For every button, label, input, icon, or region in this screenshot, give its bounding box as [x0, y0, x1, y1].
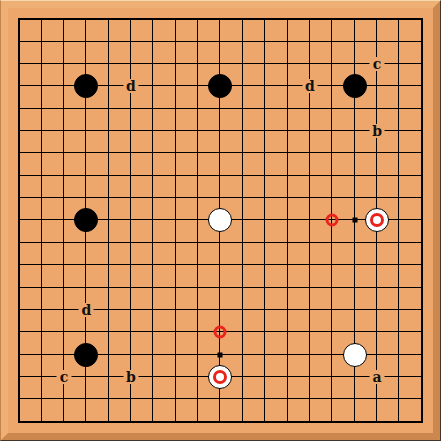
point-J8[interactable] [187, 254, 209, 276]
point-C14[interactable] [53, 120, 75, 142]
point-A11[interactable] [8, 187, 30, 209]
point-A14[interactable] [8, 120, 30, 142]
point-K16[interactable] [209, 75, 231, 97]
point-T18[interactable] [411, 30, 433, 52]
point-H4[interactable] [165, 344, 187, 366]
point-G12[interactable] [142, 165, 164, 187]
point-K2[interactable] [209, 388, 231, 410]
point-B8[interactable] [30, 254, 52, 276]
point-B18[interactable] [30, 30, 52, 52]
point-J6[interactable] [187, 299, 209, 321]
point-Q12[interactable] [344, 165, 366, 187]
point-M17[interactable] [254, 53, 276, 75]
point-P16[interactable] [321, 75, 343, 97]
point-O4[interactable] [299, 344, 321, 366]
point-F17[interactable] [120, 53, 142, 75]
point-K13[interactable] [209, 142, 231, 164]
point-P3[interactable] [321, 366, 343, 388]
point-E5[interactable] [97, 321, 119, 343]
point-C17[interactable] [53, 53, 75, 75]
point-T17[interactable] [411, 53, 433, 75]
point-N17[interactable] [276, 53, 298, 75]
point-D12[interactable] [75, 165, 97, 187]
point-T3[interactable] [411, 366, 433, 388]
point-G15[interactable] [142, 97, 164, 119]
point-L6[interactable] [232, 299, 254, 321]
point-G7[interactable] [142, 276, 164, 298]
point-M11[interactable] [254, 187, 276, 209]
point-L19[interactable] [232, 8, 254, 30]
point-R12[interactable] [366, 165, 388, 187]
point-D7[interactable] [75, 276, 97, 298]
point-A10[interactable] [8, 209, 30, 231]
point-N3[interactable] [276, 366, 298, 388]
point-R2[interactable] [366, 388, 388, 410]
point-J19[interactable] [187, 8, 209, 30]
point-K7[interactable] [209, 276, 231, 298]
point-N2[interactable] [276, 388, 298, 410]
point-E14[interactable] [97, 120, 119, 142]
point-C1[interactable] [53, 411, 75, 433]
point-Q1[interactable] [344, 411, 366, 433]
point-P14[interactable] [321, 120, 343, 142]
point-Q3[interactable] [344, 366, 366, 388]
point-A19[interactable] [8, 8, 30, 30]
point-P5[interactable] [321, 321, 343, 343]
point-C18[interactable] [53, 30, 75, 52]
point-T4[interactable] [411, 344, 433, 366]
point-M8[interactable] [254, 254, 276, 276]
point-N18[interactable] [276, 30, 298, 52]
point-S10[interactable] [388, 209, 410, 231]
point-Q8[interactable] [344, 254, 366, 276]
point-H18[interactable] [165, 30, 187, 52]
point-L10[interactable] [232, 209, 254, 231]
point-T15[interactable] [411, 97, 433, 119]
point-M5[interactable] [254, 321, 276, 343]
point-N9[interactable] [276, 232, 298, 254]
point-S9[interactable] [388, 232, 410, 254]
point-R8[interactable] [366, 254, 388, 276]
point-J4[interactable] [187, 344, 209, 366]
point-M13[interactable] [254, 142, 276, 164]
point-K14[interactable] [209, 120, 231, 142]
point-E10[interactable] [97, 209, 119, 231]
point-L13[interactable] [232, 142, 254, 164]
point-B2[interactable] [30, 388, 52, 410]
point-T7[interactable] [411, 276, 433, 298]
point-J12[interactable] [187, 165, 209, 187]
point-Q9[interactable] [344, 232, 366, 254]
point-L15[interactable] [232, 97, 254, 119]
point-P11[interactable] [321, 187, 343, 209]
point-N10[interactable] [276, 209, 298, 231]
point-D10[interactable] [75, 209, 97, 231]
point-Q4[interactable] [344, 344, 366, 366]
point-G6[interactable] [142, 299, 164, 321]
point-G5[interactable] [142, 321, 164, 343]
point-M16[interactable] [254, 75, 276, 97]
point-S16[interactable] [388, 75, 410, 97]
point-D2[interactable] [75, 388, 97, 410]
point-P1[interactable] [321, 411, 343, 433]
point-M19[interactable] [254, 8, 276, 30]
point-S17[interactable] [388, 53, 410, 75]
point-M14[interactable] [254, 120, 276, 142]
point-T6[interactable] [411, 299, 433, 321]
point-M7[interactable] [254, 276, 276, 298]
point-B15[interactable] [30, 97, 52, 119]
point-P6[interactable] [321, 299, 343, 321]
point-G16[interactable] [142, 75, 164, 97]
point-G2[interactable] [142, 388, 164, 410]
point-O3[interactable] [299, 366, 321, 388]
point-K17[interactable] [209, 53, 231, 75]
point-D18[interactable] [75, 30, 97, 52]
point-S1[interactable] [388, 411, 410, 433]
point-P7[interactable] [321, 276, 343, 298]
point-O8[interactable] [299, 254, 321, 276]
point-J2[interactable] [187, 388, 209, 410]
point-C3[interactable]: c [53, 366, 75, 388]
point-Q11[interactable] [344, 187, 366, 209]
point-E11[interactable] [97, 187, 119, 209]
point-D16[interactable] [75, 75, 97, 97]
point-O2[interactable] [299, 388, 321, 410]
point-E8[interactable] [97, 254, 119, 276]
point-T13[interactable] [411, 142, 433, 164]
point-C13[interactable] [53, 142, 75, 164]
point-M1[interactable] [254, 411, 276, 433]
point-C5[interactable] [53, 321, 75, 343]
point-F18[interactable] [120, 30, 142, 52]
point-C10[interactable] [53, 209, 75, 231]
point-M12[interactable] [254, 165, 276, 187]
point-P2[interactable] [321, 388, 343, 410]
point-H14[interactable] [165, 120, 187, 142]
point-A8[interactable] [8, 254, 30, 276]
point-M18[interactable] [254, 30, 276, 52]
point-E1[interactable] [97, 411, 119, 433]
point-L3[interactable] [232, 366, 254, 388]
point-N12[interactable] [276, 165, 298, 187]
point-L17[interactable] [232, 53, 254, 75]
point-B4[interactable] [30, 344, 52, 366]
point-B5[interactable] [30, 321, 52, 343]
point-L4[interactable] [232, 344, 254, 366]
point-T16[interactable] [411, 75, 433, 97]
point-R3[interactable]: a [366, 366, 388, 388]
point-S13[interactable] [388, 142, 410, 164]
point-S8[interactable] [388, 254, 410, 276]
point-L18[interactable] [232, 30, 254, 52]
point-J15[interactable] [187, 97, 209, 119]
point-A15[interactable] [8, 97, 30, 119]
point-O7[interactable] [299, 276, 321, 298]
point-S15[interactable] [388, 97, 410, 119]
point-Q14[interactable] [344, 120, 366, 142]
point-H6[interactable] [165, 299, 187, 321]
point-A12[interactable] [8, 165, 30, 187]
point-Q6[interactable] [344, 299, 366, 321]
point-L14[interactable] [232, 120, 254, 142]
point-F9[interactable] [120, 232, 142, 254]
point-N13[interactable] [276, 142, 298, 164]
point-R19[interactable] [366, 8, 388, 30]
point-R13[interactable] [366, 142, 388, 164]
point-K15[interactable] [209, 97, 231, 119]
point-O12[interactable] [299, 165, 321, 187]
point-D5[interactable] [75, 321, 97, 343]
point-G18[interactable] [142, 30, 164, 52]
point-S2[interactable] [388, 388, 410, 410]
point-B9[interactable] [30, 232, 52, 254]
point-M2[interactable] [254, 388, 276, 410]
point-F16[interactable]: d [120, 75, 142, 97]
point-K1[interactable] [209, 411, 231, 433]
point-G3[interactable] [142, 366, 164, 388]
point-F10[interactable] [120, 209, 142, 231]
point-Q2[interactable] [344, 388, 366, 410]
point-T19[interactable] [411, 8, 433, 30]
point-J5[interactable] [187, 321, 209, 343]
point-O9[interactable] [299, 232, 321, 254]
point-O14[interactable] [299, 120, 321, 142]
point-H16[interactable] [165, 75, 187, 97]
point-O17[interactable] [299, 53, 321, 75]
point-A9[interactable] [8, 232, 30, 254]
point-B10[interactable] [30, 209, 52, 231]
point-E17[interactable] [97, 53, 119, 75]
point-M9[interactable] [254, 232, 276, 254]
point-K19[interactable] [209, 8, 231, 30]
point-F13[interactable] [120, 142, 142, 164]
point-T5[interactable] [411, 321, 433, 343]
point-K12[interactable] [209, 165, 231, 187]
point-C6[interactable] [53, 299, 75, 321]
point-K18[interactable] [209, 30, 231, 52]
point-K5[interactable] [209, 321, 231, 343]
point-C9[interactable] [53, 232, 75, 254]
point-Q17[interactable] [344, 53, 366, 75]
point-E18[interactable] [97, 30, 119, 52]
point-N7[interactable] [276, 276, 298, 298]
point-K3[interactable] [209, 366, 231, 388]
point-K11[interactable] [209, 187, 231, 209]
point-K4[interactable] [209, 344, 231, 366]
point-G17[interactable] [142, 53, 164, 75]
point-C15[interactable] [53, 97, 75, 119]
point-Q19[interactable] [344, 8, 366, 30]
point-R1[interactable] [366, 411, 388, 433]
point-H13[interactable] [165, 142, 187, 164]
point-L16[interactable] [232, 75, 254, 97]
point-C16[interactable] [53, 75, 75, 97]
point-H10[interactable] [165, 209, 187, 231]
point-H9[interactable] [165, 232, 187, 254]
point-D11[interactable] [75, 187, 97, 209]
point-M3[interactable] [254, 366, 276, 388]
point-R10[interactable] [366, 209, 388, 231]
point-A6[interactable] [8, 299, 30, 321]
point-A17[interactable] [8, 53, 30, 75]
point-F5[interactable] [120, 321, 142, 343]
point-G4[interactable] [142, 344, 164, 366]
point-N16[interactable] [276, 75, 298, 97]
point-H8[interactable] [165, 254, 187, 276]
point-B3[interactable] [30, 366, 52, 388]
point-N14[interactable] [276, 120, 298, 142]
point-C8[interactable] [53, 254, 75, 276]
point-M6[interactable] [254, 299, 276, 321]
point-L1[interactable] [232, 411, 254, 433]
point-N4[interactable] [276, 344, 298, 366]
point-A7[interactable] [8, 276, 30, 298]
point-R4[interactable] [366, 344, 388, 366]
point-T8[interactable] [411, 254, 433, 276]
point-F14[interactable] [120, 120, 142, 142]
point-L12[interactable] [232, 165, 254, 187]
point-N15[interactable] [276, 97, 298, 119]
point-H2[interactable] [165, 388, 187, 410]
point-P18[interactable] [321, 30, 343, 52]
point-P15[interactable] [321, 97, 343, 119]
point-O10[interactable] [299, 209, 321, 231]
point-H7[interactable] [165, 276, 187, 298]
point-G13[interactable] [142, 142, 164, 164]
point-G8[interactable] [142, 254, 164, 276]
point-Q13[interactable] [344, 142, 366, 164]
point-B12[interactable] [30, 165, 52, 187]
point-P12[interactable] [321, 165, 343, 187]
point-G14[interactable] [142, 120, 164, 142]
point-P9[interactable] [321, 232, 343, 254]
point-K10[interactable] [209, 209, 231, 231]
point-D14[interactable] [75, 120, 97, 142]
point-F3[interactable]: b [120, 366, 142, 388]
point-E2[interactable] [97, 388, 119, 410]
point-R18[interactable] [366, 30, 388, 52]
point-A13[interactable] [8, 142, 30, 164]
point-Q18[interactable] [344, 30, 366, 52]
point-D3[interactable] [75, 366, 97, 388]
point-B13[interactable] [30, 142, 52, 164]
point-M15[interactable] [254, 97, 276, 119]
point-F2[interactable] [120, 388, 142, 410]
point-F6[interactable] [120, 299, 142, 321]
point-S5[interactable] [388, 321, 410, 343]
point-H5[interactable] [165, 321, 187, 343]
point-F15[interactable] [120, 97, 142, 119]
point-N1[interactable] [276, 411, 298, 433]
point-J16[interactable] [187, 75, 209, 97]
point-D6[interactable]: d [75, 299, 97, 321]
point-O1[interactable] [299, 411, 321, 433]
point-N11[interactable] [276, 187, 298, 209]
point-B6[interactable] [30, 299, 52, 321]
point-C11[interactable] [53, 187, 75, 209]
point-T10[interactable] [411, 209, 433, 231]
point-O15[interactable] [299, 97, 321, 119]
point-J14[interactable] [187, 120, 209, 142]
point-A18[interactable] [8, 30, 30, 52]
point-B1[interactable] [30, 411, 52, 433]
point-L11[interactable] [232, 187, 254, 209]
point-F11[interactable] [120, 187, 142, 209]
point-H12[interactable] [165, 165, 187, 187]
point-O11[interactable] [299, 187, 321, 209]
point-R17[interactable]: c [366, 53, 388, 75]
point-A4[interactable] [8, 344, 30, 366]
point-D15[interactable] [75, 97, 97, 119]
point-D9[interactable] [75, 232, 97, 254]
point-H11[interactable] [165, 187, 187, 209]
point-H17[interactable] [165, 53, 187, 75]
point-M4[interactable] [254, 344, 276, 366]
point-M10[interactable] [254, 209, 276, 231]
point-O19[interactable] [299, 8, 321, 30]
point-C2[interactable] [53, 388, 75, 410]
point-H1[interactable] [165, 411, 187, 433]
point-S11[interactable] [388, 187, 410, 209]
point-E12[interactable] [97, 165, 119, 187]
point-E6[interactable] [97, 299, 119, 321]
point-S18[interactable] [388, 30, 410, 52]
point-E7[interactable] [97, 276, 119, 298]
point-Q10[interactable] [344, 209, 366, 231]
point-G11[interactable] [142, 187, 164, 209]
point-L5[interactable] [232, 321, 254, 343]
point-S3[interactable] [388, 366, 410, 388]
point-O6[interactable] [299, 299, 321, 321]
point-F19[interactable] [120, 8, 142, 30]
point-L9[interactable] [232, 232, 254, 254]
point-J10[interactable] [187, 209, 209, 231]
point-H15[interactable] [165, 97, 187, 119]
point-S12[interactable] [388, 165, 410, 187]
point-B7[interactable] [30, 276, 52, 298]
point-P8[interactable] [321, 254, 343, 276]
point-T1[interactable] [411, 411, 433, 433]
point-Q5[interactable] [344, 321, 366, 343]
point-H3[interactable] [165, 366, 187, 388]
point-E3[interactable] [97, 366, 119, 388]
point-C4[interactable] [53, 344, 75, 366]
point-D19[interactable] [75, 8, 97, 30]
point-B14[interactable] [30, 120, 52, 142]
point-O5[interactable] [299, 321, 321, 343]
point-P19[interactable] [321, 8, 343, 30]
point-A5[interactable] [8, 321, 30, 343]
point-R6[interactable] [366, 299, 388, 321]
point-G10[interactable] [142, 209, 164, 231]
point-F12[interactable] [120, 165, 142, 187]
point-D13[interactable] [75, 142, 97, 164]
point-N8[interactable] [276, 254, 298, 276]
point-P4[interactable] [321, 344, 343, 366]
point-F1[interactable] [120, 411, 142, 433]
point-S7[interactable] [388, 276, 410, 298]
point-E19[interactable] [97, 8, 119, 30]
point-B17[interactable] [30, 53, 52, 75]
point-T12[interactable] [411, 165, 433, 187]
point-N6[interactable] [276, 299, 298, 321]
point-H19[interactable] [165, 8, 187, 30]
point-F8[interactable] [120, 254, 142, 276]
point-K9[interactable] [209, 232, 231, 254]
point-T14[interactable] [411, 120, 433, 142]
point-O13[interactable] [299, 142, 321, 164]
